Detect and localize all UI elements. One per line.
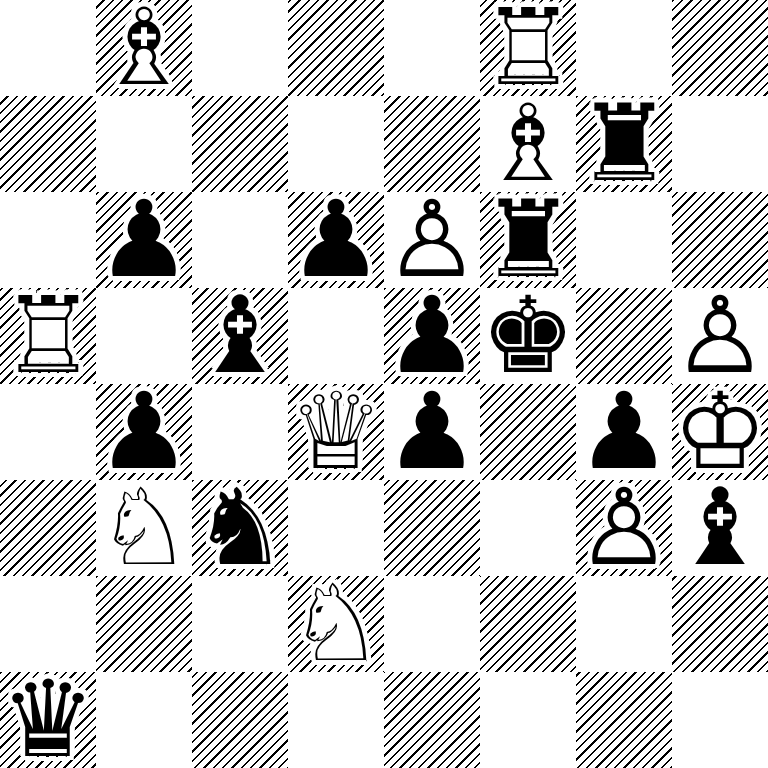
square-c3[interactable]: ♞♞ xyxy=(192,480,288,576)
square-g7[interactable]: ♜♜ xyxy=(576,96,672,192)
square-b1[interactable] xyxy=(96,672,192,768)
black-bishop-piece[interactable]: ♝ xyxy=(192,288,288,384)
black-pawn-piece[interactable]: ♟ xyxy=(288,192,384,288)
square-e3[interactable] xyxy=(384,480,480,576)
square-d8[interactable] xyxy=(288,0,384,96)
black-bishop-piece[interactable]: ♝ xyxy=(672,480,768,576)
square-h3[interactable]: ♝♝ xyxy=(672,480,768,576)
square-c2[interactable] xyxy=(192,576,288,672)
square-c1[interactable] xyxy=(192,672,288,768)
black-pawn-piece[interactable]: ♟ xyxy=(384,384,480,480)
square-a8[interactable] xyxy=(0,0,96,96)
square-g2[interactable] xyxy=(576,576,672,672)
square-b6[interactable]: ♟♟ xyxy=(96,192,192,288)
square-f2[interactable] xyxy=(480,576,576,672)
square-c8[interactable] xyxy=(192,0,288,96)
square-d6[interactable]: ♟♟ xyxy=(288,192,384,288)
square-f5[interactable]: ♚♚ xyxy=(480,288,576,384)
black-knight-piece[interactable]: ♞ xyxy=(192,480,288,576)
square-b8[interactable]: ♝♗ xyxy=(96,0,192,96)
square-f1[interactable] xyxy=(480,672,576,768)
square-c7[interactable] xyxy=(192,96,288,192)
square-b2[interactable] xyxy=(96,576,192,672)
black-pawn-piece[interactable]: ♟ xyxy=(96,192,192,288)
square-c5[interactable]: ♝♝ xyxy=(192,288,288,384)
white-knight-piece[interactable]: ♘ xyxy=(96,480,192,576)
square-a5[interactable]: ♜♖ xyxy=(0,288,96,384)
square-f3[interactable] xyxy=(480,480,576,576)
white-rook-piece[interactable]: ♖ xyxy=(0,288,96,384)
square-d1[interactable] xyxy=(288,672,384,768)
black-rook-piece[interactable]: ♜ xyxy=(576,96,672,192)
white-pawn-piece[interactable]: ♙ xyxy=(576,480,672,576)
chess-board: ♝♗♜♖♝♗♜♜♟♟♟♟♟♙♜♜♜♖♝♝♟♟♚♚♟♙♟♟♛♕♟♟♟♟♚♔♞♘♞♞… xyxy=(0,0,768,768)
square-g3[interactable]: ♟♙ xyxy=(576,480,672,576)
square-a3[interactable] xyxy=(0,480,96,576)
square-e1[interactable] xyxy=(384,672,480,768)
black-queen-piece[interactable]: ♛ xyxy=(0,672,96,768)
square-h1[interactable] xyxy=(672,672,768,768)
square-e4[interactable]: ♟♟ xyxy=(384,384,480,480)
square-h8[interactable] xyxy=(672,0,768,96)
square-h2[interactable] xyxy=(672,576,768,672)
square-d2[interactable]: ♞♘ xyxy=(288,576,384,672)
square-h7[interactable] xyxy=(672,96,768,192)
square-d4[interactable]: ♛♕ xyxy=(288,384,384,480)
white-knight-piece[interactable]: ♘ xyxy=(288,576,384,672)
square-g1[interactable] xyxy=(576,672,672,768)
white-bishop-piece[interactable]: ♗ xyxy=(96,0,192,96)
black-king-piece[interactable]: ♚ xyxy=(480,288,576,384)
square-a1[interactable]: ♛♛ xyxy=(0,672,96,768)
square-b3[interactable]: ♞♘ xyxy=(96,480,192,576)
square-a7[interactable] xyxy=(0,96,96,192)
square-f4[interactable] xyxy=(480,384,576,480)
square-a4[interactable] xyxy=(0,384,96,480)
square-e8[interactable] xyxy=(384,0,480,96)
square-g6[interactable] xyxy=(576,192,672,288)
white-queen-piece[interactable]: ♕ xyxy=(288,384,384,480)
square-e2[interactable] xyxy=(384,576,480,672)
